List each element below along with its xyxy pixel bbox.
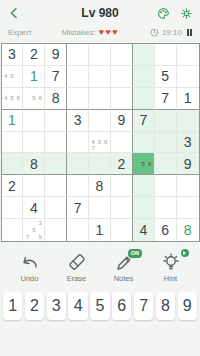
cell-r5c4[interactable] bbox=[67, 132, 89, 154]
gear-icon bbox=[180, 7, 193, 20]
hint-ad-badge bbox=[181, 249, 189, 257]
cell-r4c8[interactable] bbox=[155, 110, 177, 132]
cell-r9c6[interactable] bbox=[111, 219, 133, 241]
sudoku-app: Lv 980 Expert Mistakes: ♥♥♥ 19:1 bbox=[0, 0, 200, 356]
cell-r4c4[interactable]: 3 bbox=[67, 110, 89, 132]
cell-r4c1[interactable]: 1 bbox=[2, 110, 24, 132]
cell-r8c7[interactable] bbox=[133, 197, 155, 219]
cell-r9c7[interactable]: 4 bbox=[133, 219, 155, 241]
cell-r2c4[interactable] bbox=[67, 66, 89, 88]
pencil-notes: 56 bbox=[23, 88, 44, 109]
given-digit: 7 bbox=[74, 200, 82, 216]
cell-r9c2[interactable]: 3579 bbox=[23, 219, 45, 241]
cell-r4c2[interactable] bbox=[23, 110, 45, 132]
pencil-notes: 456 bbox=[2, 88, 23, 109]
numpad-5[interactable]: 5 bbox=[90, 292, 109, 320]
erase-button[interactable]: Erase bbox=[56, 252, 98, 283]
cell-r6c7[interactable]: 56 bbox=[133, 153, 155, 175]
pause-icon bbox=[187, 29, 189, 36]
number-pad: 123456789 bbox=[3, 292, 197, 320]
cell-r6c6[interactable]: 2 bbox=[111, 153, 133, 175]
numpad-1[interactable]: 1 bbox=[3, 292, 22, 320]
hint-label: Hint bbox=[164, 274, 177, 283]
cell-r1c7[interactable] bbox=[133, 44, 155, 66]
timer: 19:10 bbox=[162, 28, 182, 37]
header: Lv 980 bbox=[0, 3, 200, 23]
palette-icon bbox=[157, 7, 170, 20]
numpad-7[interactable]: 7 bbox=[134, 292, 153, 320]
given-digit: 2 bbox=[30, 46, 38, 62]
cell-r8c1[interactable] bbox=[2, 197, 24, 219]
pause-button[interactable] bbox=[187, 29, 192, 36]
given-digit: 9 bbox=[184, 156, 192, 172]
given-digit: 5 bbox=[161, 68, 169, 84]
cell-r9c3[interactable] bbox=[45, 219, 67, 241]
cell-r7c2[interactable] bbox=[23, 175, 45, 197]
given-digit: 8 bbox=[30, 156, 38, 172]
cell-r2c8[interactable]: 5 bbox=[155, 66, 177, 88]
cell-r2c5[interactable] bbox=[89, 66, 111, 88]
cell-r8c2[interactable]: 4 bbox=[23, 197, 45, 219]
cell-r7c3[interactable] bbox=[45, 175, 67, 197]
cell-r3c8[interactable]: 7 bbox=[155, 88, 177, 110]
cell-r9c9[interactable]: 8 bbox=[177, 219, 199, 241]
cell-r9c4[interactable] bbox=[67, 219, 89, 241]
cell-r5c8[interactable] bbox=[155, 132, 177, 154]
given-digit: 7 bbox=[52, 68, 60, 84]
erase-label: Erase bbox=[67, 274, 87, 283]
cell-r5c5[interactable]: 4567 bbox=[89, 132, 111, 154]
user-digit: 1 bbox=[8, 112, 16, 128]
cell-r3c7[interactable] bbox=[133, 88, 155, 110]
cell-r6c1[interactable] bbox=[2, 153, 24, 175]
theme-button[interactable] bbox=[156, 6, 170, 20]
cell-r2c6[interactable] bbox=[111, 66, 133, 88]
given-digit: 2 bbox=[8, 178, 16, 194]
clock-icon bbox=[150, 28, 159, 37]
cell-r1c9[interactable] bbox=[177, 44, 199, 66]
cell-r2c1[interactable]: 45 bbox=[2, 66, 24, 88]
numpad-9[interactable]: 9 bbox=[178, 292, 197, 320]
notes-label: Notes bbox=[114, 274, 134, 283]
pencil-notes: 3579 bbox=[23, 219, 44, 241]
status-bar: Expert Mistakes: ♥♥♥ 19:10 bbox=[0, 26, 200, 39]
cell-r8c3[interactable] bbox=[45, 197, 67, 219]
cell-r1c6[interactable] bbox=[111, 44, 133, 66]
cell-r4c6[interactable]: 9 bbox=[111, 110, 133, 132]
cell-r1c5[interactable] bbox=[89, 44, 111, 66]
cell-r9c1[interactable] bbox=[2, 219, 24, 241]
numpad-2[interactable]: 2 bbox=[25, 292, 44, 320]
given-digit: 2 bbox=[117, 156, 125, 172]
eraser-icon bbox=[66, 252, 88, 272]
given-digit: 1 bbox=[184, 90, 192, 106]
given-digit: 4 bbox=[30, 200, 38, 216]
given-digit: 7 bbox=[161, 90, 169, 106]
toolbar: Undo Erase ON Notes bbox=[0, 252, 200, 283]
cell-r2c2[interactable]: 1 bbox=[23, 66, 45, 88]
cell-r8c9[interactable] bbox=[177, 197, 199, 219]
cell-r5c7[interactable] bbox=[133, 132, 155, 154]
cell-r6c5[interactable] bbox=[89, 153, 111, 175]
mistake-hearts: ♥♥♥ bbox=[99, 28, 120, 37]
lightbulb-icon bbox=[160, 252, 182, 272]
cell-r7c8[interactable] bbox=[155, 175, 177, 197]
cell-r2c3[interactable]: 7 bbox=[45, 66, 67, 88]
level-title: Lv 980 bbox=[81, 6, 118, 20]
given-digit: 3 bbox=[184, 134, 192, 150]
user-digit: 1 bbox=[30, 68, 38, 84]
given-digit: 8 bbox=[52, 90, 60, 106]
given-digit: 7 bbox=[139, 112, 147, 128]
cell-r7c6[interactable] bbox=[111, 175, 133, 197]
cell-r5c6[interactable] bbox=[111, 132, 133, 154]
cell-r6c3[interactable] bbox=[45, 153, 67, 175]
cell-r6c9[interactable]: 9 bbox=[177, 153, 199, 175]
given-digit: 8 bbox=[96, 178, 104, 194]
given-digit: 4 bbox=[139, 222, 147, 238]
given-digit: 6 bbox=[161, 222, 169, 238]
difficulty-label: Expert bbox=[8, 28, 31, 37]
cell-r8c8[interactable] bbox=[155, 197, 177, 219]
cell-r3c3[interactable]: 8 bbox=[45, 88, 67, 110]
settings-button[interactable] bbox=[179, 6, 193, 20]
cell-r1c3[interactable]: 9 bbox=[45, 44, 67, 66]
cell-r4c9[interactable] bbox=[177, 110, 199, 132]
cell-r1c2[interactable]: 2 bbox=[23, 44, 45, 66]
cell-r3c1[interactable]: 456 bbox=[2, 88, 24, 110]
cell-r4c7[interactable]: 7 bbox=[133, 110, 155, 132]
cell-r6c8[interactable] bbox=[155, 153, 177, 175]
cell-r5c3[interactable] bbox=[45, 132, 67, 154]
user-digit: 8 bbox=[184, 222, 192, 238]
given-digit: 3 bbox=[74, 112, 82, 128]
cell-r7c1[interactable]: 2 bbox=[2, 175, 24, 197]
undo-button[interactable]: Undo bbox=[9, 252, 51, 283]
cell-r3c5[interactable] bbox=[89, 88, 111, 110]
hint-button[interactable]: Hint bbox=[150, 252, 192, 283]
cell-r2c7[interactable] bbox=[133, 66, 155, 88]
cell-r3c6[interactable] bbox=[111, 88, 133, 110]
cell-r1c4[interactable] bbox=[67, 44, 89, 66]
cell-r1c8[interactable] bbox=[155, 44, 177, 66]
cell-r9c5[interactable]: 1 bbox=[89, 219, 111, 241]
cell-r6c2[interactable]: 8 bbox=[23, 153, 45, 175]
numpad-6[interactable]: 6 bbox=[112, 292, 131, 320]
numpad-8[interactable]: 8 bbox=[156, 292, 175, 320]
cell-r7c5[interactable]: 8 bbox=[89, 175, 111, 197]
given-digit: 9 bbox=[52, 46, 60, 62]
given-digit: 1 bbox=[96, 222, 104, 238]
cell-r1c1[interactable]: 3 bbox=[2, 44, 24, 66]
chevron-left-icon bbox=[7, 6, 21, 20]
undo-label: Undo bbox=[21, 274, 39, 283]
mistakes-label: Mistakes: bbox=[62, 28, 96, 37]
cell-r6c4[interactable] bbox=[67, 153, 89, 175]
cell-r9c8[interactable]: 6 bbox=[155, 219, 177, 241]
back-button[interactable] bbox=[7, 6, 21, 20]
cell-r7c9[interactable] bbox=[177, 175, 199, 197]
undo-arrow-icon bbox=[19, 252, 41, 272]
cell-r8c4[interactable]: 7 bbox=[67, 197, 89, 219]
cell-r3c2[interactable]: 56 bbox=[23, 88, 45, 110]
pencil-notes: 56 bbox=[133, 153, 154, 174]
cell-r8c6[interactable] bbox=[111, 197, 133, 219]
cell-r4c5[interactable] bbox=[89, 110, 111, 132]
cell-r5c2[interactable] bbox=[23, 132, 45, 154]
given-digit: 9 bbox=[117, 112, 125, 128]
cell-r8c5[interactable] bbox=[89, 197, 111, 219]
cell-r7c4[interactable] bbox=[67, 175, 89, 197]
numpad-3[interactable]: 3 bbox=[47, 292, 66, 320]
numpad-4[interactable]: 4 bbox=[68, 292, 87, 320]
given-digit: 3 bbox=[8, 46, 16, 62]
pencil-notes: 4567 bbox=[89, 132, 110, 153]
cell-r4c3[interactable] bbox=[45, 110, 67, 132]
cell-r2c9[interactable] bbox=[177, 66, 199, 88]
cell-r7c7[interactable] bbox=[133, 175, 155, 197]
cell-r3c9[interactable]: 1 bbox=[177, 88, 199, 110]
sudoku-board: 3294517545656871139745673825692847357914… bbox=[1, 43, 200, 242]
cell-r5c1[interactable] bbox=[2, 132, 24, 154]
cell-r5c9[interactable]: 3 bbox=[177, 132, 199, 154]
pencil-notes: 45 bbox=[2, 66, 23, 87]
notes-on-badge: ON bbox=[128, 249, 141, 258]
cell-r3c4[interactable] bbox=[67, 88, 89, 110]
notes-button[interactable]: ON Notes bbox=[103, 252, 145, 283]
